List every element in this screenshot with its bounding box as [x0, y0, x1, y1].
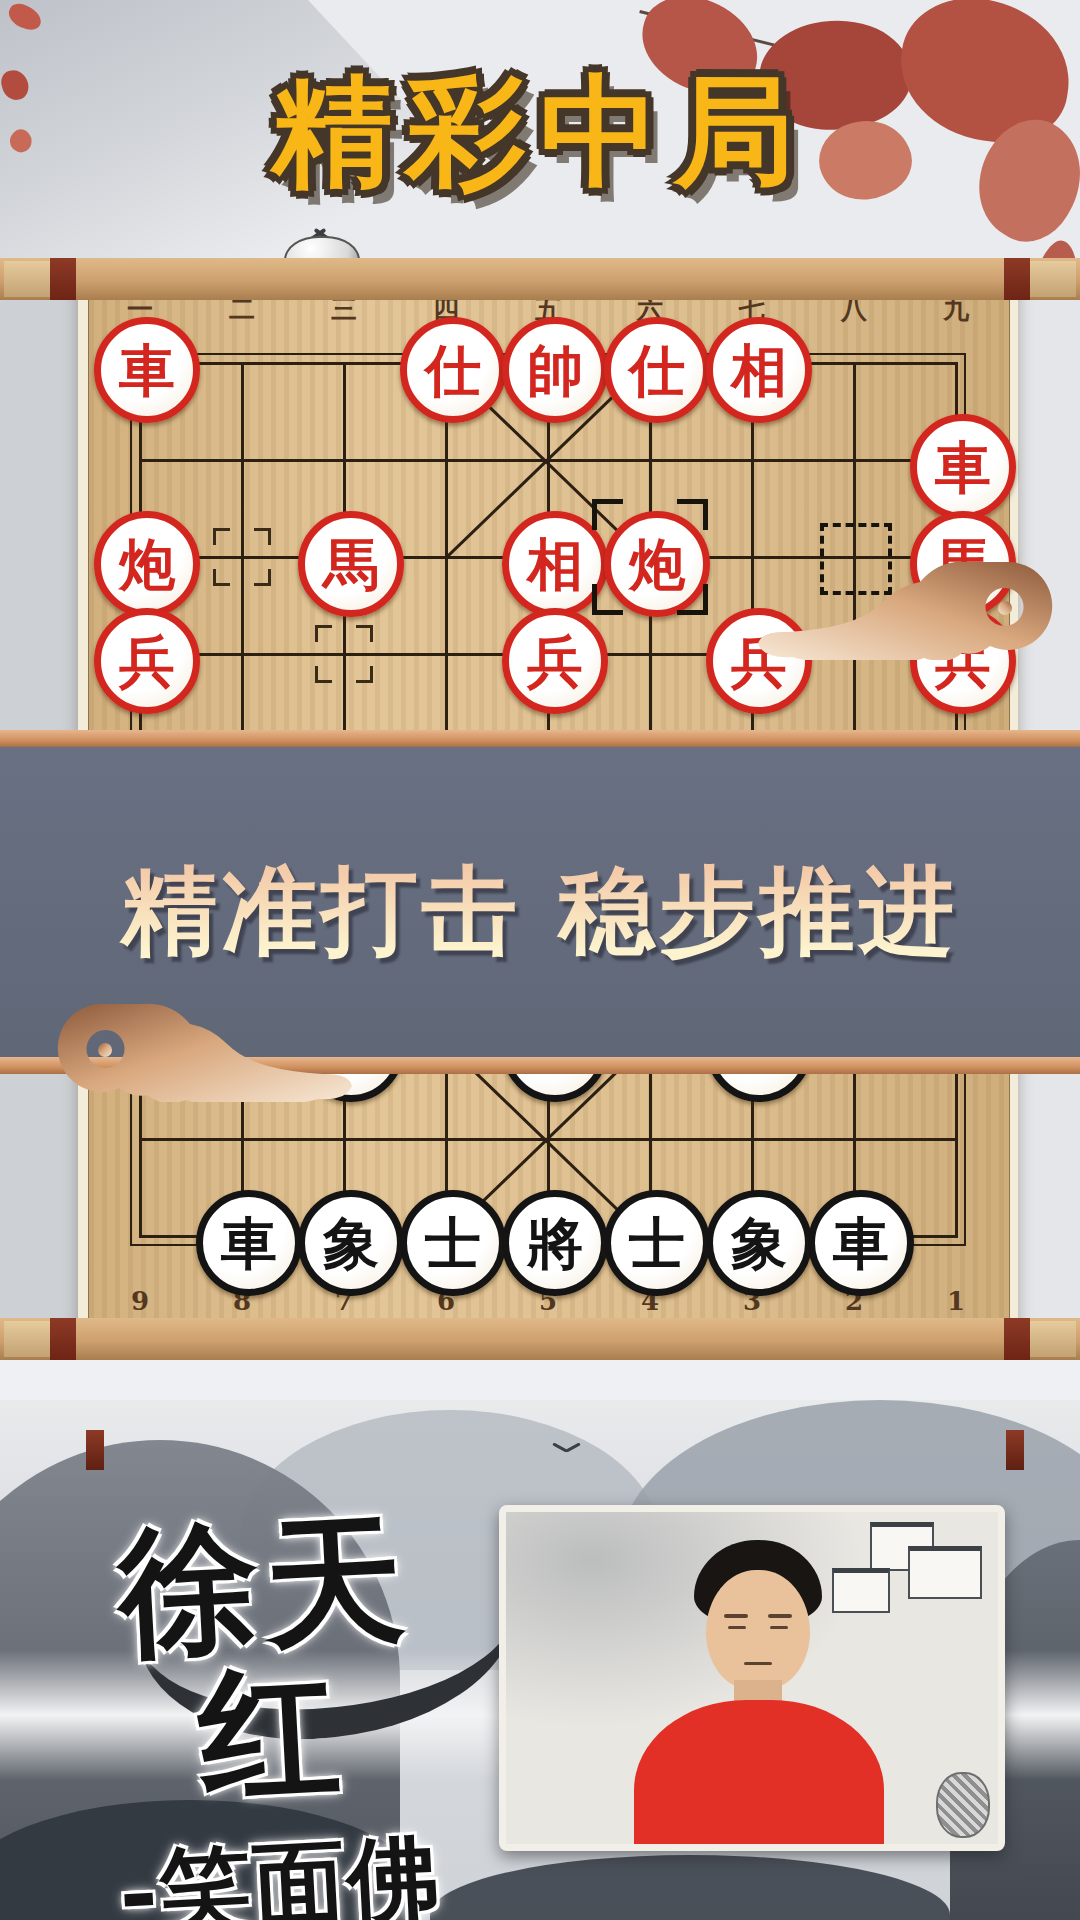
cloud-decoration-left	[48, 990, 358, 1102]
house-sketch	[908, 1546, 982, 1599]
piece-black-士[interactable]: 士	[400, 1190, 506, 1296]
presenter-red-shirt	[634, 1700, 884, 1850]
piece-black-將[interactable]: 將	[502, 1190, 608, 1296]
presenter-face	[706, 1570, 810, 1690]
selected-piece-brackets	[592, 499, 708, 615]
scroll-hook-right	[1006, 1430, 1024, 1470]
webcam-video[interactable]	[499, 1505, 1005, 1851]
house-sketch	[832, 1568, 890, 1613]
cloud-decoration-right	[752, 548, 1062, 660]
page-title: 精彩中局	[0, 52, 1080, 215]
foreground-trees-right	[430, 1855, 950, 1920]
presenter-nickname: -笑面佛	[67, 1813, 493, 1920]
piece-red-相[interactable]: 相	[706, 317, 812, 423]
presenter-name: 徐天红	[51, 1501, 486, 1817]
piece-black-車[interactable]: 車	[808, 1190, 914, 1296]
scroll-rod-top	[0, 258, 1080, 300]
scroll-hook-left	[86, 1430, 104, 1470]
point-mark	[315, 625, 373, 683]
banner-border-top	[0, 730, 1080, 747]
scroll-rod-bottom	[0, 1318, 1080, 1360]
piece-red-車[interactable]: 車	[910, 414, 1016, 520]
piece-black-象[interactable]: 象	[706, 1190, 812, 1296]
microphone-icon	[930, 1772, 992, 1844]
piece-red-仕[interactable]: 仕	[400, 317, 506, 423]
bird-icon	[552, 1442, 582, 1456]
point-mark	[213, 528, 271, 586]
file-label-bottom: 1	[926, 1286, 986, 1316]
piece-red-車[interactable]: 車	[94, 317, 200, 423]
piece-red-炮[interactable]: 炮	[94, 511, 200, 617]
piece-black-士[interactable]: 士	[604, 1190, 710, 1296]
piece-black-象[interactable]: 象	[298, 1190, 404, 1296]
piece-red-兵[interactable]: 兵	[502, 608, 608, 714]
video-frame: 精彩中局 一二三四五六七八九987654321車仕帥仕相車炮馬相炮馬兵兵兵兵車象…	[0, 0, 1080, 1920]
piece-red-帥[interactable]: 帥	[502, 317, 608, 423]
caption-text: 精准打击 稳步推进	[0, 848, 1080, 978]
piece-red-兵[interactable]: 兵	[94, 608, 200, 714]
file-label-bottom: 9	[110, 1286, 170, 1316]
piece-red-仕[interactable]: 仕	[604, 317, 710, 423]
piece-red-馬[interactable]: 馬	[298, 511, 404, 617]
piece-black-車[interactable]: 車	[196, 1190, 302, 1296]
webcam-wall-wash	[499, 1505, 886, 1742]
presenter-calligraphy: 徐天红 -笑面佛	[51, 1501, 493, 1920]
